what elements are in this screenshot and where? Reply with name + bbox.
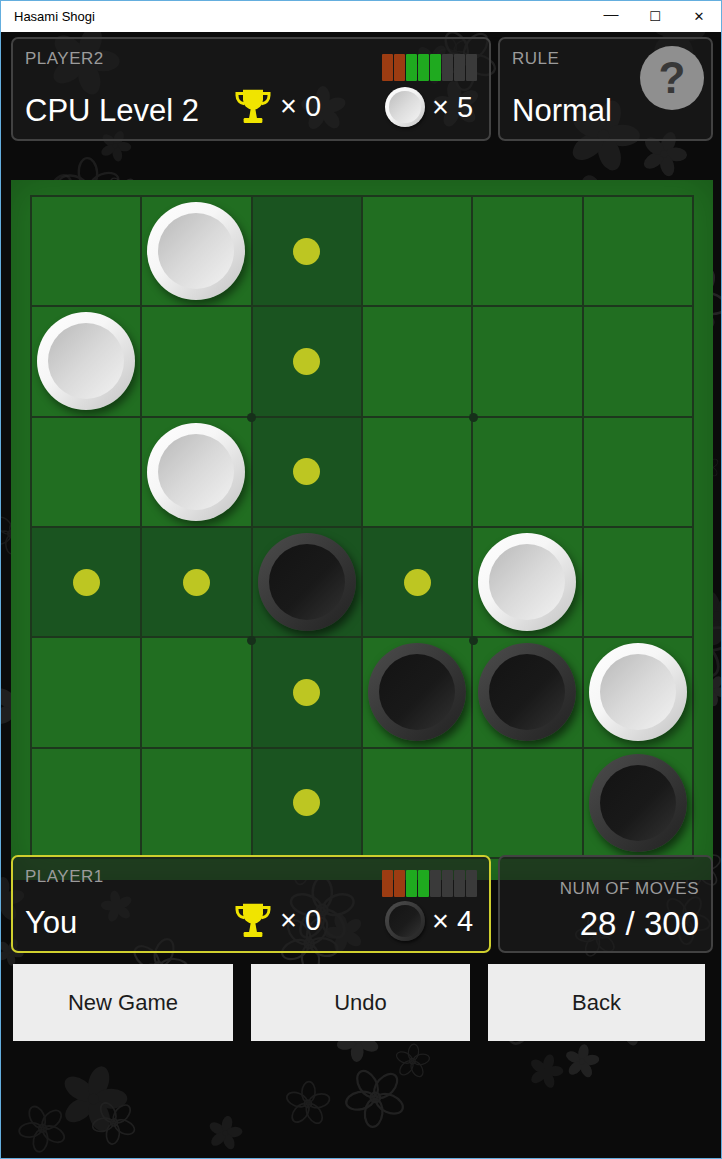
app-window: Hasami Shogi — ☐ ✕ PLAYER2 CPU Level 2 xyxy=(0,0,722,1159)
move-hint-dot[interactable] xyxy=(293,789,320,816)
cell-r4c4[interactable] xyxy=(363,528,471,636)
cell-r2c6[interactable] xyxy=(584,307,692,415)
player2-panel: PLAYER2 CPU Level 2 × 0 xyxy=(11,37,491,141)
help-button[interactable]: ? xyxy=(640,46,704,110)
cell-r2c5[interactable] xyxy=(473,307,581,415)
cell-r4c3[interactable] xyxy=(253,528,361,636)
meter-segment-red xyxy=(382,54,393,81)
cell-r3c6[interactable] xyxy=(584,418,692,526)
player2-trophy-count: × 0 xyxy=(233,85,321,127)
meter-segment-green xyxy=(418,870,429,897)
white-piece[interactable] xyxy=(147,202,245,300)
cell-r1c4[interactable] xyxy=(363,197,471,305)
cell-r5c4[interactable] xyxy=(363,638,471,746)
meter-segment-off xyxy=(442,870,453,897)
cell-r1c3[interactable] xyxy=(253,197,361,305)
star-point xyxy=(247,636,256,645)
player1-capture-meter xyxy=(382,870,477,897)
meter-segment-red xyxy=(382,870,393,897)
move-hint-dot[interactable] xyxy=(73,569,100,596)
black-piece[interactable] xyxy=(368,643,466,741)
star-point xyxy=(247,413,256,422)
moves-panel: NUM OF MOVES 28 / 300 xyxy=(498,855,713,953)
player2-label: PLAYER2 xyxy=(25,49,104,69)
meter-segment-red xyxy=(394,54,405,81)
title-bar: Hasami Shogi — ☐ ✕ xyxy=(1,1,721,32)
move-hint-dot[interactable] xyxy=(293,679,320,706)
cell-r5c1[interactable] xyxy=(32,638,140,746)
black-piece[interactable] xyxy=(589,754,687,852)
meter-segment-green xyxy=(406,54,417,81)
black-piece-selected[interactable] xyxy=(258,533,356,631)
cell-r3c4[interactable] xyxy=(363,418,471,526)
move-hint-dot[interactable] xyxy=(183,569,210,596)
move-hint-dot[interactable] xyxy=(293,458,320,485)
game-board xyxy=(11,180,713,880)
player1-panel: PLAYER1 You × 0 xyxy=(11,855,491,953)
white-piece[interactable] xyxy=(147,423,245,521)
meter-segment-green xyxy=(418,54,429,81)
cell-r3c5[interactable] xyxy=(473,418,581,526)
cell-r6c2[interactable] xyxy=(142,749,250,857)
cell-r6c4[interactable] xyxy=(363,749,471,857)
rule-label: RULE xyxy=(512,49,559,69)
meter-segment-off xyxy=(430,870,441,897)
cell-r4c6[interactable] xyxy=(584,528,692,636)
cell-r6c3[interactable] xyxy=(253,749,361,857)
meter-segment-off xyxy=(442,54,453,81)
player1-piece-value: × 4 xyxy=(432,905,473,938)
player1-name: You xyxy=(25,905,77,941)
meter-segment-off xyxy=(466,54,477,81)
player1-trophy-count: × 0 xyxy=(233,899,321,941)
white-piece[interactable] xyxy=(589,643,687,741)
cell-r4c2[interactable] xyxy=(142,528,250,636)
cell-r5c3[interactable] xyxy=(253,638,361,746)
player2-piece-count: × 5 xyxy=(385,87,473,127)
minimize-button[interactable]: — xyxy=(589,1,633,32)
white-piece[interactable] xyxy=(478,533,576,631)
player1-label: PLAYER1 xyxy=(25,867,104,887)
player2-piece-value: × 5 xyxy=(432,91,473,124)
player2-trophy-value: × 0 xyxy=(280,90,321,123)
player2-name: CPU Level 2 xyxy=(25,93,199,129)
meter-segment-off xyxy=(454,870,465,897)
moves-value: 28 / 300 xyxy=(580,905,699,943)
black-piece[interactable] xyxy=(478,643,576,741)
cell-r5c6[interactable] xyxy=(584,638,692,746)
maximize-button[interactable]: ☐ xyxy=(633,1,677,32)
cell-r1c5[interactable] xyxy=(473,197,581,305)
meter-segment-off xyxy=(454,54,465,81)
meter-segment-red xyxy=(394,870,405,897)
cell-r1c1[interactable] xyxy=(32,197,140,305)
rule-value: Normal xyxy=(512,93,612,129)
trophy-icon xyxy=(233,899,273,941)
cell-r3c2[interactable] xyxy=(142,418,250,526)
cell-r2c3[interactable] xyxy=(253,307,361,415)
app-background: PLAYER2 CPU Level 2 × 0 xyxy=(1,32,721,1158)
cell-r4c5[interactable] xyxy=(473,528,581,636)
white-piece[interactable] xyxy=(37,312,135,410)
cell-r6c5[interactable] xyxy=(473,749,581,857)
star-point xyxy=(469,636,478,645)
move-hint-dot[interactable] xyxy=(293,348,320,375)
cell-r2c1[interactable] xyxy=(32,307,140,415)
move-hint-dot[interactable] xyxy=(293,238,320,265)
trophy-icon xyxy=(233,85,273,127)
back-button[interactable]: Back xyxy=(488,964,705,1041)
rule-panel: RULE Normal ? xyxy=(498,37,713,141)
cell-r2c4[interactable] xyxy=(363,307,471,415)
undo-button[interactable]: Undo xyxy=(251,964,470,1041)
cell-r2c2[interactable] xyxy=(142,307,250,415)
cell-r6c6[interactable] xyxy=(584,749,692,857)
cell-r5c2[interactable] xyxy=(142,638,250,746)
player2-capture-meter xyxy=(382,54,477,81)
player1-trophy-value: × 0 xyxy=(280,904,321,937)
close-button[interactable]: ✕ xyxy=(677,1,721,32)
cell-r1c6[interactable] xyxy=(584,197,692,305)
black-piece-icon xyxy=(385,901,425,941)
meter-segment-green xyxy=(406,870,417,897)
moves-label: NUM OF MOVES xyxy=(560,879,699,899)
meter-segment-off xyxy=(466,870,477,897)
player1-piece-count: × 4 xyxy=(385,901,473,941)
white-piece-icon xyxy=(385,87,425,127)
cell-r1c2[interactable] xyxy=(142,197,250,305)
meter-segment-green xyxy=(430,54,441,81)
board-grid xyxy=(30,195,694,859)
cell-r6c1[interactable] xyxy=(32,749,140,857)
cell-r5c5[interactable] xyxy=(473,638,581,746)
star-point xyxy=(469,413,478,422)
cell-r3c1[interactable] xyxy=(32,418,140,526)
cell-r4c1[interactable] xyxy=(32,528,140,636)
new-game-button[interactable]: New Game xyxy=(13,964,233,1041)
cell-r3c3[interactable] xyxy=(253,418,361,526)
move-hint-dot[interactable] xyxy=(404,569,431,596)
window-title: Hasami Shogi xyxy=(1,9,95,24)
